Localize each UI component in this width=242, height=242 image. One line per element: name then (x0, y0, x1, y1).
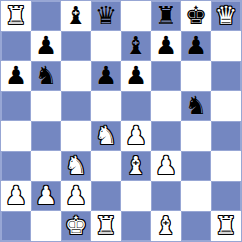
square-c7[interactable] (61, 31, 91, 61)
square-e7[interactable]: ♝ (121, 31, 151, 61)
square-c6[interactable] (61, 61, 91, 91)
square-a6[interactable]: ♟ (1, 61, 31, 91)
piece-white-queen-h8[interactable]: ♛ (211, 1, 241, 31)
square-e5[interactable] (121, 91, 151, 121)
square-b5[interactable] (31, 91, 61, 121)
piece-white-knight-d4[interactable]: ♞ (91, 121, 121, 151)
piece-white-pawn-b2[interactable]: ♟ (31, 181, 61, 211)
square-h7[interactable] (211, 31, 241, 61)
square-d5[interactable] (91, 91, 121, 121)
square-e2[interactable] (121, 181, 151, 211)
square-d4[interactable]: ♞ (91, 121, 121, 151)
piece-black-knight-b6[interactable]: ♞ (31, 61, 61, 91)
square-a3[interactable] (1, 151, 31, 181)
piece-white-pawn-a2[interactable]: ♟ (1, 181, 31, 211)
square-d2[interactable] (91, 181, 121, 211)
piece-black-pawn-g7[interactable]: ♟ (181, 31, 211, 61)
square-a8[interactable]: ♜ (1, 1, 31, 31)
square-e8[interactable] (121, 1, 151, 31)
square-c4[interactable] (61, 121, 91, 151)
square-h3[interactable] (211, 151, 241, 181)
square-h2[interactable] (211, 181, 241, 211)
square-h4[interactable] (211, 121, 241, 151)
square-b6[interactable]: ♞ (31, 61, 61, 91)
square-a7[interactable] (1, 31, 31, 61)
piece-white-bishop-e3[interactable]: ♝ (121, 151, 151, 181)
square-f1[interactable]: ♝ (151, 211, 181, 241)
square-d1[interactable]: ♜ (91, 211, 121, 241)
square-b7[interactable]: ♟ (31, 31, 61, 61)
piece-white-pawn-f3[interactable]: ♟ (151, 151, 181, 181)
square-b8[interactable] (31, 1, 61, 31)
square-g5[interactable]: ♞ (181, 91, 211, 121)
square-a2[interactable]: ♟ (1, 181, 31, 211)
square-b1[interactable] (31, 211, 61, 241)
piece-white-pawn-e4[interactable]: ♟ (121, 121, 151, 151)
square-g4[interactable] (181, 121, 211, 151)
square-e3[interactable]: ♝ (121, 151, 151, 181)
square-c5[interactable] (61, 91, 91, 121)
square-a5[interactable] (1, 91, 31, 121)
square-d8[interactable]: ♛ (91, 1, 121, 31)
square-d6[interactable]: ♟ (91, 61, 121, 91)
piece-white-rook-h1[interactable]: ♜ (211, 211, 241, 241)
piece-white-knight-c3[interactable]: ♞ (61, 151, 91, 181)
chess-board-wrapper: ♜♝♛♜♚♛♟♝♟♟♟♞♟♟♞♞♟♞♝♟♟♟♟♚♜♝♜ (0, 0, 242, 242)
square-f6[interactable] (151, 61, 181, 91)
piece-black-pawn-a6[interactable]: ♟ (1, 61, 31, 91)
square-f8[interactable]: ♜ (151, 1, 181, 31)
piece-black-rook-f8[interactable]: ♜ (151, 1, 181, 31)
piece-black-pawn-d6[interactable]: ♟ (91, 61, 121, 91)
piece-black-pawn-b7[interactable]: ♟ (31, 31, 61, 61)
piece-white-rook-a8[interactable]: ♜ (1, 1, 31, 31)
square-e1[interactable] (121, 211, 151, 241)
piece-black-bishop-c8[interactable]: ♝ (61, 1, 91, 31)
chess-board: ♜♝♛♜♚♛♟♝♟♟♟♞♟♟♞♞♟♞♝♟♟♟♟♚♜♝♜ (0, 0, 242, 242)
square-f5[interactable] (151, 91, 181, 121)
piece-black-knight-g5[interactable]: ♞ (181, 91, 211, 121)
square-c8[interactable]: ♝ (61, 1, 91, 31)
square-a4[interactable] (1, 121, 31, 151)
square-e4[interactable]: ♟ (121, 121, 151, 151)
square-f2[interactable] (151, 181, 181, 211)
square-h5[interactable] (211, 91, 241, 121)
square-b4[interactable] (31, 121, 61, 151)
piece-white-rook-d1[interactable]: ♜ (91, 211, 121, 241)
square-h1[interactable]: ♜ (211, 211, 241, 241)
square-d3[interactable] (91, 151, 121, 181)
square-b2[interactable]: ♟ (31, 181, 61, 211)
square-g7[interactable]: ♟ (181, 31, 211, 61)
square-f7[interactable]: ♟ (151, 31, 181, 61)
square-h8[interactable]: ♛ (211, 1, 241, 31)
square-g2[interactable] (181, 181, 211, 211)
piece-white-king-c1[interactable]: ♚ (61, 211, 91, 241)
square-c2[interactable]: ♟ (61, 181, 91, 211)
square-g1[interactable] (181, 211, 211, 241)
square-g8[interactable]: ♚ (181, 1, 211, 31)
piece-white-pawn-c2[interactable]: ♟ (61, 181, 91, 211)
square-a1[interactable] (1, 211, 31, 241)
piece-black-queen-d8[interactable]: ♛ (91, 1, 121, 31)
piece-black-bishop-e7[interactable]: ♝ (121, 31, 151, 61)
square-c3[interactable]: ♞ (61, 151, 91, 181)
square-f3[interactable]: ♟ (151, 151, 181, 181)
square-e6[interactable]: ♟ (121, 61, 151, 91)
square-h6[interactable] (211, 61, 241, 91)
square-b3[interactable] (31, 151, 61, 181)
piece-white-bishop-f1[interactable]: ♝ (151, 211, 181, 241)
piece-black-pawn-f7[interactable]: ♟ (151, 31, 181, 61)
piece-black-pawn-e6[interactable]: ♟ (121, 61, 151, 91)
piece-black-king-g8[interactable]: ♚ (181, 1, 211, 31)
square-g3[interactable] (181, 151, 211, 181)
square-g6[interactable] (181, 61, 211, 91)
square-d7[interactable] (91, 31, 121, 61)
square-f4[interactable] (151, 121, 181, 151)
square-c1[interactable]: ♚ (61, 211, 91, 241)
